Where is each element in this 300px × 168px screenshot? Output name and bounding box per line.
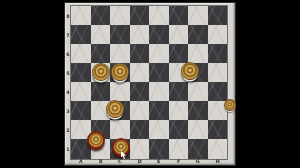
square-c7[interactable] [110, 25, 130, 44]
file-labels: ABCDEFGH [71, 157, 227, 165]
square-c6[interactable] [110, 44, 130, 63]
square-e1[interactable] [149, 139, 169, 158]
square-c2[interactable] [110, 120, 130, 139]
square-a6[interactable] [71, 44, 91, 63]
square-g2[interactable] [188, 120, 208, 139]
square-g7[interactable] [188, 25, 208, 44]
square-a7[interactable] [71, 25, 91, 44]
square-f3[interactable] [169, 101, 189, 120]
file-label-g: G [190, 158, 206, 164]
square-e2[interactable] [149, 120, 169, 139]
square-h4[interactable] [208, 82, 228, 101]
square-d7[interactable] [130, 25, 150, 44]
white-piece-white-offboard[interactable] [224, 99, 236, 111]
rank-label-8: 8 [66, 7, 71, 22]
file-label-e: E [151, 158, 167, 164]
square-f2[interactable] [169, 120, 189, 139]
square-f7[interactable] [169, 25, 189, 44]
red-piece-red-c1[interactable] [112, 138, 130, 156]
square-g8[interactable] [188, 6, 208, 25]
white-piece-white-b5[interactable] [92, 63, 110, 81]
file-label-b: B [92, 158, 108, 164]
square-b4[interactable] [91, 82, 111, 101]
rank-label-4: 4 [66, 84, 71, 99]
square-e5[interactable] [149, 63, 169, 82]
square-b8[interactable] [91, 6, 111, 25]
square-e3[interactable] [149, 101, 169, 120]
square-f6[interactable] [169, 44, 189, 63]
square-h2[interactable] [208, 120, 228, 139]
square-f1[interactable] [169, 139, 189, 158]
square-c4[interactable] [110, 82, 130, 101]
white-piece-white-g5[interactable] [181, 62, 199, 80]
square-a3[interactable] [71, 101, 91, 120]
white-piece-white-c3[interactable] [106, 100, 124, 118]
square-h7[interactable] [208, 25, 228, 44]
white-piece-white-c5[interactable] [111, 63, 129, 81]
file-label-f: F [170, 158, 186, 164]
square-d3[interactable] [130, 101, 150, 120]
square-b7[interactable] [91, 25, 111, 44]
square-d1[interactable] [130, 139, 150, 158]
rank-label-6: 6 [66, 46, 71, 61]
square-a5[interactable] [71, 63, 91, 82]
square-g6[interactable] [188, 44, 208, 63]
square-g1[interactable] [188, 139, 208, 158]
file-label-h: H [209, 158, 225, 164]
square-e4[interactable] [149, 82, 169, 101]
video-frame: 87654321 ABCDEFGH [0, 0, 300, 168]
rank-label-7: 7 [66, 27, 71, 42]
square-a4[interactable] [71, 82, 91, 101]
file-label-c: C [112, 158, 128, 164]
square-d8[interactable] [130, 6, 150, 25]
file-label-d: D [131, 158, 147, 164]
square-f8[interactable] [169, 6, 189, 25]
square-a8[interactable] [71, 6, 91, 25]
red-piece-red-b1[interactable] [87, 131, 105, 149]
square-d2[interactable] [130, 120, 150, 139]
square-h1[interactable] [208, 139, 228, 158]
square-c8[interactable] [110, 6, 130, 25]
rank-label-1: 1 [66, 141, 71, 156]
square-d6[interactable] [130, 44, 150, 63]
square-e8[interactable] [149, 6, 169, 25]
square-e7[interactable] [149, 25, 169, 44]
square-h6[interactable] [208, 44, 228, 63]
file-label-a: A [73, 158, 89, 164]
square-h5[interactable] [208, 63, 228, 82]
square-h8[interactable] [208, 6, 228, 25]
rank-label-3: 3 [66, 103, 71, 118]
square-g4[interactable] [188, 82, 208, 101]
rank-label-2: 2 [66, 122, 71, 137]
square-e6[interactable] [149, 44, 169, 63]
square-d4[interactable] [130, 82, 150, 101]
square-g3[interactable] [188, 101, 208, 120]
rank-label-5: 5 [66, 65, 71, 80]
square-d5[interactable] [130, 63, 150, 82]
square-f4[interactable] [169, 82, 189, 101]
square-b6[interactable] [91, 44, 111, 63]
